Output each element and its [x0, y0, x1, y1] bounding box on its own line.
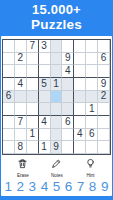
- cell-r5c1[interactable]: 6: [3, 91, 15, 104]
- cell-r6c6[interactable]: [62, 103, 74, 116]
- cell-r1c3[interactable]: 7: [27, 40, 39, 53]
- cell-r8c4[interactable]: [39, 129, 51, 142]
- cell-r1c7[interactable]: [74, 40, 86, 53]
- cell-r4c5[interactable]: 1: [51, 78, 63, 91]
- cell-r9c3[interactable]: [27, 141, 39, 154]
- cell-r7c7[interactable]: [74, 116, 86, 129]
- cell-r1c5[interactable]: [51, 40, 63, 53]
- cell-r2c7[interactable]: [74, 53, 86, 66]
- cell-r6c9[interactable]: [98, 103, 110, 116]
- cell-r1c8[interactable]: [86, 40, 98, 53]
- cell-r7c2[interactable]: 7: [15, 116, 27, 129]
- cell-r6c2[interactable]: [15, 103, 27, 116]
- promo-header: 15.000+ Puzzles: [0, 0, 113, 36]
- cell-r9c9[interactable]: [98, 141, 110, 154]
- cell-r5c3[interactable]: [27, 91, 39, 104]
- numpad-6[interactable]: 6: [65, 180, 73, 194]
- trash-icon: [17, 157, 28, 172]
- numpad-3[interactable]: 3: [29, 180, 37, 194]
- cell-r9c8[interactable]: [86, 141, 98, 154]
- sudoku-grid[interactable]: 7329644519621746146819: [2, 39, 111, 155]
- numpad-2[interactable]: 2: [17, 180, 25, 194]
- cell-r7c3[interactable]: [27, 116, 39, 129]
- cell-r7c9[interactable]: [98, 116, 110, 129]
- cell-r9c7[interactable]: [74, 141, 86, 154]
- cell-r1c4[interactable]: 3: [39, 40, 51, 53]
- cell-r8c6[interactable]: [62, 129, 74, 142]
- cell-r9c4[interactable]: 1: [39, 141, 51, 154]
- cell-r2c6[interactable]: 9: [62, 53, 74, 66]
- cell-r2c5[interactable]: [51, 53, 63, 66]
- cell-r8c9[interactable]: [98, 129, 110, 142]
- cell-r7c5[interactable]: [51, 116, 63, 129]
- cell-r3c2[interactable]: [15, 65, 27, 78]
- cell-r9c6[interactable]: [62, 141, 74, 154]
- cell-r8c5[interactable]: [51, 129, 63, 142]
- cell-r5c9[interactable]: 2: [98, 91, 110, 104]
- cell-r2c9[interactable]: 6: [98, 53, 110, 66]
- cell-r4c9[interactable]: 9: [98, 78, 110, 91]
- cell-r6c5[interactable]: [51, 103, 63, 116]
- cell-r3c5[interactable]: [51, 65, 63, 78]
- cell-r3c3[interactable]: [27, 65, 39, 78]
- cell-r4c6[interactable]: [62, 78, 74, 91]
- cell-r2c3[interactable]: [27, 53, 39, 66]
- cell-r5c7[interactable]: [74, 91, 86, 104]
- notes-button[interactable]: Notes: [51, 157, 63, 178]
- lightbulb-icon: [85, 157, 96, 172]
- cell-r3c9[interactable]: [98, 65, 110, 78]
- cell-r9c5[interactable]: 9: [51, 141, 63, 154]
- cell-r8c1[interactable]: [3, 129, 15, 142]
- cell-r1c1[interactable]: [3, 40, 15, 53]
- cell-r3c8[interactable]: [86, 65, 98, 78]
- cell-r4c7[interactable]: [74, 78, 86, 91]
- cell-r7c1[interactable]: [3, 116, 15, 129]
- cell-r4c8[interactable]: [86, 78, 98, 91]
- numpad-4[interactable]: 4: [41, 180, 49, 194]
- pencil-icon: [51, 157, 62, 172]
- cell-r4c4[interactable]: 5: [39, 78, 51, 91]
- numpad-5[interactable]: 5: [53, 180, 61, 194]
- promo-title-word: Puzzles: [0, 17, 113, 32]
- cell-r1c6[interactable]: [62, 40, 74, 53]
- promo-title-count: 15.000+: [0, 2, 113, 17]
- numpad-7[interactable]: 7: [77, 180, 85, 194]
- cell-r2c2[interactable]: 2: [15, 53, 27, 66]
- cell-r2c1[interactable]: [3, 53, 15, 66]
- cell-r8c3[interactable]: 1: [27, 129, 39, 142]
- cell-r5c4[interactable]: [39, 91, 51, 104]
- cell-r6c1[interactable]: [3, 103, 15, 116]
- cell-r7c8[interactable]: [86, 116, 98, 129]
- cell-r9c1[interactable]: [3, 141, 15, 154]
- cell-r4c2[interactable]: 4: [15, 78, 27, 91]
- cell-r3c6[interactable]: 4: [62, 65, 74, 78]
- numpad-8[interactable]: 8: [89, 180, 97, 194]
- cell-r7c4[interactable]: 4: [39, 116, 51, 129]
- cell-r3c4[interactable]: [39, 65, 51, 78]
- cell-r3c7[interactable]: [74, 65, 86, 78]
- cell-r9c2[interactable]: 8: [15, 141, 27, 154]
- cell-r1c9[interactable]: [98, 40, 110, 53]
- numpad-1[interactable]: 1: [5, 180, 13, 194]
- cell-r6c7[interactable]: [74, 103, 86, 116]
- cell-r6c3[interactable]: [27, 103, 39, 116]
- erase-button[interactable]: Erase: [17, 157, 29, 178]
- numpad-9[interactable]: 9: [101, 180, 109, 194]
- cell-r5c8[interactable]: [86, 91, 98, 104]
- hint-button[interactable]: Hint: [85, 157, 96, 178]
- cell-r8c7[interactable]: 4: [74, 129, 86, 142]
- cell-r5c2[interactable]: [15, 91, 27, 104]
- cell-r5c6[interactable]: [62, 91, 74, 104]
- cell-r8c8[interactable]: 6: [86, 129, 98, 142]
- numpad: 123456789: [0, 178, 113, 196]
- cell-r3c1[interactable]: [3, 65, 15, 78]
- cell-r6c8[interactable]: 1: [86, 103, 98, 116]
- cell-r2c4[interactable]: [39, 53, 51, 66]
- toolbar: Erase Notes Hint: [0, 157, 113, 177]
- cell-r4c1[interactable]: [3, 78, 15, 91]
- sudoku-app-screenshot: { "game": "sudoku", "position": "..73...…: [0, 0, 113, 200]
- cell-r6c4[interactable]: [39, 103, 51, 116]
- cell-r7c6[interactable]: 6: [62, 116, 74, 129]
- cell-r5c5[interactable]: [51, 91, 63, 104]
- cell-r4c3[interactable]: [27, 78, 39, 91]
- cell-r1c2[interactable]: [15, 40, 27, 53]
- cell-r8c2[interactable]: [15, 129, 27, 142]
- cell-r2c8[interactable]: [86, 53, 98, 66]
